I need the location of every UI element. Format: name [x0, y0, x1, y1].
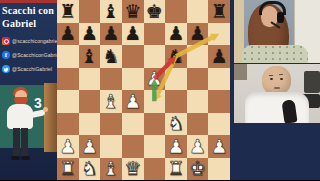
square-e7[interactable]: [144, 23, 166, 46]
square-d7[interactable]: ♟: [122, 23, 144, 46]
square-f8[interactable]: [165, 0, 187, 23]
white-pawn: ♟: [59, 136, 76, 155]
square-e3[interactable]: [144, 113, 166, 136]
white-king: ♚: [189, 159, 206, 178]
teacher-leg: [13, 128, 20, 156]
square-h7[interactable]: [208, 23, 230, 46]
black-pawn: ♟: [211, 46, 228, 65]
white-pawn: ♟: [146, 69, 163, 88]
square-e2[interactable]: [144, 135, 166, 158]
square-g3[interactable]: [187, 113, 209, 136]
square-g6[interactable]: [187, 45, 209, 68]
square-b3[interactable]: [79, 113, 101, 136]
square-f6[interactable]: ♞: [165, 45, 187, 68]
black-pawn: ♟: [59, 24, 76, 43]
square-b8[interactable]: [79, 0, 101, 23]
square-a1[interactable]: ♜: [57, 158, 79, 181]
twitter-link[interactable]: @ScacchiGabriel: [2, 65, 57, 73]
square-b1[interactable]: ♞: [79, 158, 101, 181]
square-b7[interactable]: ♟: [79, 23, 101, 46]
white-rook: ♜: [59, 159, 76, 178]
square-f3[interactable]: ♞: [165, 113, 187, 136]
square-e4[interactable]: [144, 90, 166, 113]
instagram-icon: [2, 37, 10, 45]
square-d1[interactable]: ♛: [122, 158, 144, 181]
square-d6[interactable]: [122, 45, 144, 68]
square-d5[interactable]: [122, 68, 144, 91]
white-pawn: ♟: [167, 136, 184, 155]
square-b2[interactable]: ♟: [79, 135, 101, 158]
webcam-bottom: [234, 64, 320, 123]
teacher-shoe: [21, 156, 30, 160]
square-e5[interactable]: ♟: [144, 68, 166, 91]
square-h5[interactable]: [208, 68, 230, 91]
board-grid: ♜♝♛♚♜♟♟♟♟♟♟♝♞♞♟♟♝♟♞♟♟♟♟♟♜♞♝♛♜♚: [57, 0, 230, 180]
streamer2-face: [262, 66, 291, 95]
square-e6[interactable]: [144, 45, 166, 68]
sidebar: Scacchi con Gabriel @scacchicongabriel f…: [0, 0, 57, 180]
teacher-hand: [43, 107, 48, 112]
square-c4[interactable]: ♝: [100, 90, 122, 113]
square-a8[interactable]: ♜: [57, 0, 79, 23]
square-c1[interactable]: ♝: [100, 158, 122, 181]
streamer2-eyebrow: [269, 75, 273, 76]
black-knight: ♞: [103, 46, 120, 65]
social-links: @scacchicongabriel f @ScacchiconGabriel …: [2, 37, 57, 73]
square-a2[interactable]: ♟: [57, 135, 79, 158]
teacher-shoe: [11, 156, 20, 160]
black-pawn: ♟: [189, 24, 206, 43]
stream-thumbnail: Scacchi con Gabriel @scacchicongabriel f…: [0, 0, 320, 180]
black-rook: ♜: [59, 1, 76, 20]
white-rook: ♜: [167, 159, 184, 178]
channel-title-line2: Gabriel: [2, 18, 36, 29]
square-d3[interactable]: [122, 113, 144, 136]
webcam-column: [230, 0, 320, 180]
teacher-leg: [21, 128, 28, 156]
top-accent-strip: [0, 0, 57, 3]
square-b5[interactable]: [79, 68, 101, 91]
facebook-icon: f: [2, 51, 10, 59]
white-pawn: ♟: [81, 136, 98, 155]
shelf: [234, 64, 247, 80]
square-g4[interactable]: [187, 90, 209, 113]
black-pawn: ♟: [167, 24, 184, 43]
square-f2[interactable]: ♟: [165, 135, 187, 158]
square-c5[interactable]: [100, 68, 122, 91]
headset-earcup: [277, 12, 284, 23]
square-e8[interactable]: ♚: [144, 0, 166, 23]
facebook-link[interactable]: f @ScacchiconGabriel: [2, 51, 57, 59]
square-g8[interactable]: [187, 0, 209, 23]
black-knight: ♞: [167, 46, 184, 65]
square-g2[interactable]: ♟: [187, 135, 209, 158]
black-king: ♚: [146, 1, 163, 20]
square-h1[interactable]: [208, 158, 230, 181]
square-h3[interactable]: [208, 113, 230, 136]
streamer2-eye: [270, 78, 273, 80]
square-a4[interactable]: [57, 90, 79, 113]
square-f1[interactable]: ♜: [165, 158, 187, 181]
square-d4[interactable]: ♟: [122, 90, 144, 113]
white-pawn: ♟: [124, 91, 141, 110]
white-knight: ♞: [81, 159, 98, 178]
square-f4[interactable]: [165, 90, 187, 113]
chalkboard-frame: [44, 83, 57, 152]
black-queen: ♛: [124, 1, 141, 20]
square-c3[interactable]: [100, 113, 122, 136]
white-pawn: ♟: [189, 136, 206, 155]
black-bishop: ♝: [103, 1, 120, 20]
square-c2[interactable]: [100, 135, 122, 158]
square-c8[interactable]: ♝: [100, 0, 122, 23]
square-h8[interactable]: ♜: [208, 0, 230, 23]
twitter-icon: [2, 65, 10, 73]
channel-title-line1: Scacchi con: [2, 5, 54, 16]
twitter-handle: @ScacchiGabriel: [12, 66, 52, 72]
square-h4[interactable]: [208, 90, 230, 113]
square-d2[interactable]: [122, 135, 144, 158]
streamer2-mouth: [274, 87, 280, 89]
square-a3[interactable]: [57, 113, 79, 136]
square-c6[interactable]: ♞: [100, 45, 122, 68]
facebook-handle: @ScacchiconGabriel: [12, 52, 61, 58]
black-pawn: ♟: [124, 24, 141, 43]
square-c7[interactable]: ♟: [100, 23, 122, 46]
chess-board: ♜♝♛♚♜♟♟♟♟♟♟♝♞♞♟♟♝♟♞♟♟♟♟♟♜♞♝♛♜♚: [57, 0, 230, 180]
square-b4[interactable]: [79, 90, 101, 113]
square-a7[interactable]: ♟: [57, 23, 79, 46]
square-g5[interactable]: [187, 68, 209, 91]
square-h2[interactable]: ♟: [208, 135, 230, 158]
instagram-link[interactable]: @scacchicongabriel: [2, 37, 57, 45]
webcam-top: [234, 0, 320, 63]
square-a6[interactable]: [57, 45, 79, 68]
black-pawn: ♟: [81, 24, 98, 43]
square-b6[interactable]: ♝: [79, 45, 101, 68]
white-bishop: ♝: [103, 159, 120, 178]
square-g1[interactable]: ♚: [187, 158, 209, 181]
square-h6[interactable]: ♟: [208, 45, 230, 68]
square-d8[interactable]: ♛: [122, 0, 144, 23]
white-queen: ♛: [124, 159, 141, 178]
streamer2-eye: [280, 78, 283, 80]
white-knight: ♞: [167, 114, 184, 133]
black-pawn: ♟: [103, 24, 120, 43]
square-a5[interactable]: [57, 68, 79, 91]
white-bishop: ♝: [103, 91, 120, 110]
square-g7[interactable]: ♟: [187, 23, 209, 46]
black-rook: ♜: [211, 1, 228, 20]
square-e1[interactable]: [144, 158, 166, 181]
black-bishop: ♝: [81, 46, 98, 65]
streamer2-shirt: [245, 92, 309, 123]
instagram-handle: @scacchicongabriel: [12, 38, 59, 44]
square-f7[interactable]: ♟: [165, 23, 187, 46]
white-pawn: ♟: [211, 136, 228, 155]
monitor: [304, 71, 320, 93]
channel-title: Scacchi con Gabriel: [2, 5, 57, 30]
square-f5[interactable]: [165, 68, 187, 91]
streamer1-torso: [242, 45, 308, 63]
